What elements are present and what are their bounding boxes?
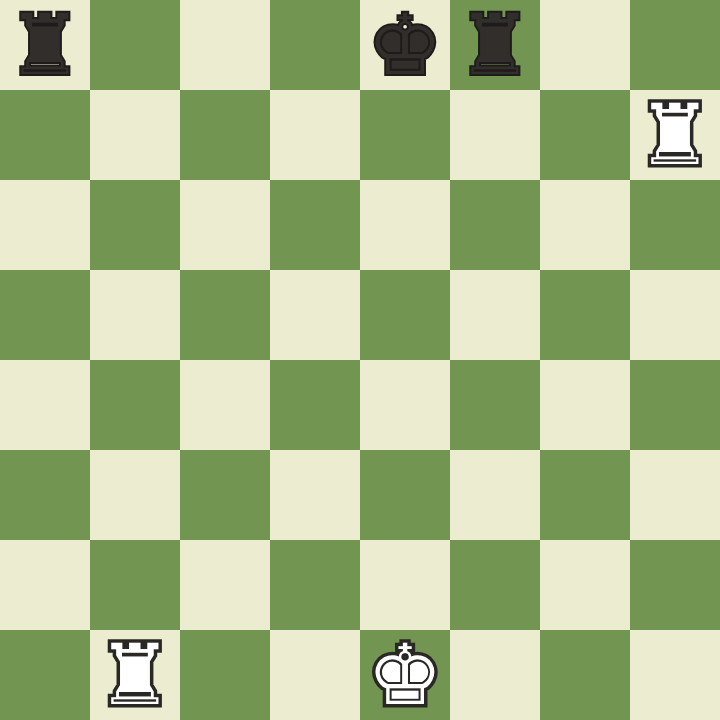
piece-black-rook-a8[interactable]: ♜	[7, 3, 82, 87]
square-d4[interactable]	[270, 360, 360, 450]
square-f1[interactable]	[450, 630, 540, 720]
square-d8[interactable]	[270, 0, 360, 90]
square-f2[interactable]	[450, 540, 540, 630]
square-g7[interactable]	[540, 90, 630, 180]
square-d6[interactable]	[270, 180, 360, 270]
square-d3[interactable]	[270, 450, 360, 540]
square-f7[interactable]	[450, 90, 540, 180]
square-e8[interactable]: ♚	[360, 0, 450, 90]
square-b4[interactable]	[90, 360, 180, 450]
square-h1[interactable]	[630, 630, 720, 720]
square-c1[interactable]	[180, 630, 270, 720]
square-c2[interactable]	[180, 540, 270, 630]
square-a2[interactable]	[0, 540, 90, 630]
square-c6[interactable]	[180, 180, 270, 270]
square-f6[interactable]	[450, 180, 540, 270]
square-b7[interactable]	[90, 90, 180, 180]
square-f8[interactable]: ♜	[450, 0, 540, 90]
square-a5[interactable]	[0, 270, 90, 360]
square-h4[interactable]	[630, 360, 720, 450]
square-c3[interactable]	[180, 450, 270, 540]
square-d1[interactable]	[270, 630, 360, 720]
piece-black-rook-f8[interactable]: ♜	[457, 3, 532, 87]
square-g5[interactable]	[540, 270, 630, 360]
square-e5[interactable]	[360, 270, 450, 360]
piece-white-rook-h7[interactable]: ♜	[637, 93, 712, 177]
square-e2[interactable]	[360, 540, 450, 630]
square-h6[interactable]	[630, 180, 720, 270]
square-b8[interactable]	[90, 0, 180, 90]
square-g1[interactable]	[540, 630, 630, 720]
square-a8[interactable]: ♜	[0, 0, 90, 90]
square-b3[interactable]	[90, 450, 180, 540]
square-d5[interactable]	[270, 270, 360, 360]
square-a6[interactable]	[0, 180, 90, 270]
square-g2[interactable]	[540, 540, 630, 630]
square-a1[interactable]	[0, 630, 90, 720]
square-d7[interactable]	[270, 90, 360, 180]
square-h7[interactable]: ♜	[630, 90, 720, 180]
square-b1[interactable]: ♜	[90, 630, 180, 720]
square-e1[interactable]: ♚	[360, 630, 450, 720]
square-b5[interactable]	[90, 270, 180, 360]
square-c4[interactable]	[180, 360, 270, 450]
square-e4[interactable]	[360, 360, 450, 450]
piece-white-rook-b1[interactable]: ♜	[97, 633, 172, 717]
square-g8[interactable]	[540, 0, 630, 90]
square-h3[interactable]	[630, 450, 720, 540]
square-c7[interactable]	[180, 90, 270, 180]
square-a3[interactable]	[0, 450, 90, 540]
square-d2[interactable]	[270, 540, 360, 630]
piece-white-king-e1[interactable]: ♚	[367, 633, 442, 717]
square-f5[interactable]	[450, 270, 540, 360]
square-b6[interactable]	[90, 180, 180, 270]
square-c8[interactable]	[180, 0, 270, 90]
square-h5[interactable]	[630, 270, 720, 360]
square-g3[interactable]	[540, 450, 630, 540]
square-e7[interactable]	[360, 90, 450, 180]
square-e6[interactable]	[360, 180, 450, 270]
piece-black-king-e8[interactable]: ♚	[367, 3, 442, 87]
square-f4[interactable]	[450, 360, 540, 450]
square-e3[interactable]	[360, 450, 450, 540]
square-f3[interactable]	[450, 450, 540, 540]
square-c5[interactable]	[180, 270, 270, 360]
square-a7[interactable]	[0, 90, 90, 180]
chess-board: ♜♚♜♜♜♚	[0, 0, 720, 720]
square-b2[interactable]	[90, 540, 180, 630]
square-g4[interactable]	[540, 360, 630, 450]
square-g6[interactable]	[540, 180, 630, 270]
square-h8[interactable]	[630, 0, 720, 90]
square-h2[interactable]	[630, 540, 720, 630]
square-a4[interactable]	[0, 360, 90, 450]
